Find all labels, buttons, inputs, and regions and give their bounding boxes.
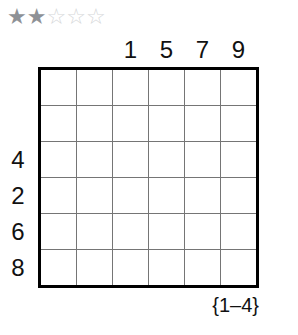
cell-r2c3[interactable]	[113, 106, 148, 141]
cell-r1c3[interactable]	[113, 70, 148, 105]
cell-r6c5[interactable]	[185, 250, 220, 285]
cell-r2c6[interactable]	[221, 106, 256, 141]
cell-r6c3[interactable]	[113, 250, 148, 285]
cell-r4c3[interactable]	[113, 178, 148, 213]
cell-r2c5[interactable]	[185, 106, 220, 141]
cell-r2c1[interactable]	[41, 106, 76, 141]
cell-r3c4[interactable]	[149, 142, 184, 177]
cell-r3c1[interactable]	[41, 142, 76, 177]
cell-r4c1[interactable]	[41, 178, 76, 213]
digit-range-label: {1–4}	[212, 294, 259, 317]
cell-r5c6[interactable]	[221, 214, 256, 249]
cell-r6c6[interactable]	[221, 250, 256, 285]
top-clue-col5: 7	[185, 37, 220, 63]
cell-r5c5[interactable]	[185, 214, 220, 249]
cell-r4c5[interactable]	[185, 178, 220, 213]
top-clue-col2	[77, 37, 112, 63]
cell-r3c5[interactable]	[185, 142, 220, 177]
top-clues: 1579	[41, 37, 256, 63]
difficulty-rating: ★★☆☆☆	[7, 6, 106, 28]
cell-r4c2[interactable]	[77, 178, 112, 213]
empty-star-icon: ☆☆☆	[46, 4, 105, 29]
cell-r1c1[interactable]	[41, 70, 76, 105]
cell-r4c6[interactable]	[221, 178, 256, 213]
puzzle-grid	[38, 67, 259, 288]
left-clue-row6: 8	[4, 250, 32, 285]
cell-r2c4[interactable]	[149, 106, 184, 141]
cell-r6c2[interactable]	[77, 250, 112, 285]
left-clue-row4: 2	[4, 178, 32, 213]
cell-r4c4[interactable]	[149, 178, 184, 213]
cell-r3c6[interactable]	[221, 142, 256, 177]
left-clue-row3: 4	[4, 142, 32, 177]
cell-r1c2[interactable]	[77, 70, 112, 105]
cell-r3c3[interactable]	[113, 142, 148, 177]
left-clue-row1	[4, 70, 32, 105]
cell-r5c1[interactable]	[41, 214, 76, 249]
left-clue-row5: 6	[4, 214, 32, 249]
cell-r1c5[interactable]	[185, 70, 220, 105]
puzzle-page: ★★☆☆☆ 1579 4268 {1–4}	[0, 0, 298, 335]
cell-r5c4[interactable]	[149, 214, 184, 249]
top-clue-col4: 5	[149, 37, 184, 63]
left-clue-row2	[4, 106, 32, 141]
cell-r2c2[interactable]	[77, 106, 112, 141]
top-clue-col3: 1	[113, 37, 148, 63]
cell-r5c3[interactable]	[113, 214, 148, 249]
left-clues: 4268	[4, 70, 32, 285]
cell-r5c2[interactable]	[77, 214, 112, 249]
cell-r6c4[interactable]	[149, 250, 184, 285]
top-clue-col6: 9	[221, 37, 256, 63]
cell-r1c4[interactable]	[149, 70, 184, 105]
cell-r1c6[interactable]	[221, 70, 256, 105]
cell-r6c1[interactable]	[41, 250, 76, 285]
top-clue-col1	[41, 37, 76, 63]
filled-star-icon: ★★	[7, 4, 46, 29]
cell-r3c2[interactable]	[77, 142, 112, 177]
